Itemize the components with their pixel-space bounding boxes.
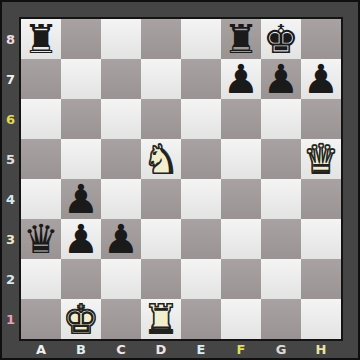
square-e8[interactable] — [181, 19, 221, 59]
square-c2[interactable] — [101, 259, 141, 299]
piece-black-pawn-b3[interactable]: ♟ — [63, 219, 99, 259]
square-b2[interactable] — [61, 259, 101, 299]
rank-label-3: 3 — [2, 219, 19, 259]
square-e7[interactable] — [181, 59, 221, 99]
square-f2[interactable] — [221, 259, 261, 299]
chess-board-frame: ♜♜♚♟♟♟♞♛♟♛♟♟♚♜ 87654321 ABCDEFGH — [0, 0, 360, 360]
square-d8[interactable] — [141, 19, 181, 59]
piece-white-king-b1[interactable]: ♚ — [63, 299, 99, 339]
square-e2[interactable] — [181, 259, 221, 299]
square-h6[interactable] — [301, 99, 341, 139]
square-a5[interactable] — [21, 139, 61, 179]
file-label-D: D — [141, 341, 181, 358]
square-f7[interactable]: ♟ — [221, 59, 261, 99]
square-b7[interactable] — [61, 59, 101, 99]
square-c3[interactable]: ♟ — [101, 219, 141, 259]
square-h2[interactable] — [301, 259, 341, 299]
piece-black-pawn-b4[interactable]: ♟ — [63, 179, 99, 219]
square-b3[interactable]: ♟ — [61, 219, 101, 259]
square-b8[interactable] — [61, 19, 101, 59]
square-f1[interactable] — [221, 299, 261, 339]
square-e1[interactable] — [181, 299, 221, 339]
square-a6[interactable] — [21, 99, 61, 139]
square-c8[interactable] — [101, 19, 141, 59]
file-label-F: F — [221, 341, 261, 358]
rank-label-5: 5 — [2, 139, 19, 179]
rank-label-4: 4 — [2, 179, 19, 219]
square-d7[interactable] — [141, 59, 181, 99]
square-d2[interactable] — [141, 259, 181, 299]
square-b5[interactable] — [61, 139, 101, 179]
rank-label-8: 8 — [2, 19, 19, 59]
square-c7[interactable] — [101, 59, 141, 99]
square-a8[interactable]: ♜ — [21, 19, 61, 59]
piece-white-queen-h5[interactable]: ♛ — [303, 139, 339, 179]
square-g1[interactable] — [261, 299, 301, 339]
piece-white-knight-d5[interactable]: ♞ — [143, 139, 179, 179]
square-g8[interactable]: ♚ — [261, 19, 301, 59]
square-b4[interactable]: ♟ — [61, 179, 101, 219]
square-c6[interactable] — [101, 99, 141, 139]
piece-black-pawn-h7[interactable]: ♟ — [303, 59, 339, 99]
file-labels: ABCDEFGH — [21, 341, 341, 358]
square-d3[interactable] — [141, 219, 181, 259]
square-h7[interactable]: ♟ — [301, 59, 341, 99]
square-c4[interactable] — [101, 179, 141, 219]
file-label-A: A — [21, 341, 61, 358]
rank-label-7: 7 — [2, 59, 19, 99]
file-label-B: B — [61, 341, 101, 358]
chess-board: ♜♜♚♟♟♟♞♛♟♛♟♟♚♜ — [19, 17, 343, 341]
square-g3[interactable] — [261, 219, 301, 259]
square-h8[interactable] — [301, 19, 341, 59]
piece-black-pawn-c3[interactable]: ♟ — [103, 219, 139, 259]
piece-black-rook-f8[interactable]: ♜ — [223, 19, 259, 59]
square-a1[interactable] — [21, 299, 61, 339]
square-f4[interactable] — [221, 179, 261, 219]
square-d4[interactable] — [141, 179, 181, 219]
piece-black-rook-a8[interactable]: ♜ — [23, 19, 59, 59]
rank-labels: 87654321 — [2, 19, 19, 339]
square-e5[interactable] — [181, 139, 221, 179]
square-b1[interactable]: ♚ — [61, 299, 101, 339]
square-g4[interactable] — [261, 179, 301, 219]
file-label-E: E — [181, 341, 221, 358]
square-a7[interactable] — [21, 59, 61, 99]
square-e4[interactable] — [181, 179, 221, 219]
rank-label-2: 2 — [2, 259, 19, 299]
rank-label-1: 1 — [2, 299, 19, 339]
square-e6[interactable] — [181, 99, 221, 139]
square-f5[interactable] — [221, 139, 261, 179]
file-label-H: H — [301, 341, 341, 358]
square-h4[interactable] — [301, 179, 341, 219]
piece-black-pawn-g7[interactable]: ♟ — [263, 59, 299, 99]
square-d5[interactable]: ♞ — [141, 139, 181, 179]
square-h1[interactable] — [301, 299, 341, 339]
piece-black-pawn-f7[interactable]: ♟ — [223, 59, 259, 99]
square-a4[interactable] — [21, 179, 61, 219]
file-label-C: C — [101, 341, 141, 358]
square-a3[interactable]: ♛ — [21, 219, 61, 259]
file-label-G: G — [261, 341, 301, 358]
square-d1[interactable]: ♜ — [141, 299, 181, 339]
rank-label-6: 6 — [2, 99, 19, 139]
square-f8[interactable]: ♜ — [221, 19, 261, 59]
square-e3[interactable] — [181, 219, 221, 259]
square-f6[interactable] — [221, 99, 261, 139]
square-g6[interactable] — [261, 99, 301, 139]
square-b6[interactable] — [61, 99, 101, 139]
square-f3[interactable] — [221, 219, 261, 259]
square-c5[interactable] — [101, 139, 141, 179]
square-g2[interactable] — [261, 259, 301, 299]
square-h5[interactable]: ♛ — [301, 139, 341, 179]
piece-black-king-g8[interactable]: ♚ — [263, 19, 299, 59]
square-a2[interactable] — [21, 259, 61, 299]
piece-white-rook-d1[interactable]: ♜ — [143, 299, 179, 339]
square-g7[interactable]: ♟ — [261, 59, 301, 99]
square-d6[interactable] — [141, 99, 181, 139]
square-c1[interactable] — [101, 299, 141, 339]
square-g5[interactable] — [261, 139, 301, 179]
square-h3[interactable] — [301, 219, 341, 259]
piece-black-queen-a3[interactable]: ♛ — [23, 219, 59, 259]
